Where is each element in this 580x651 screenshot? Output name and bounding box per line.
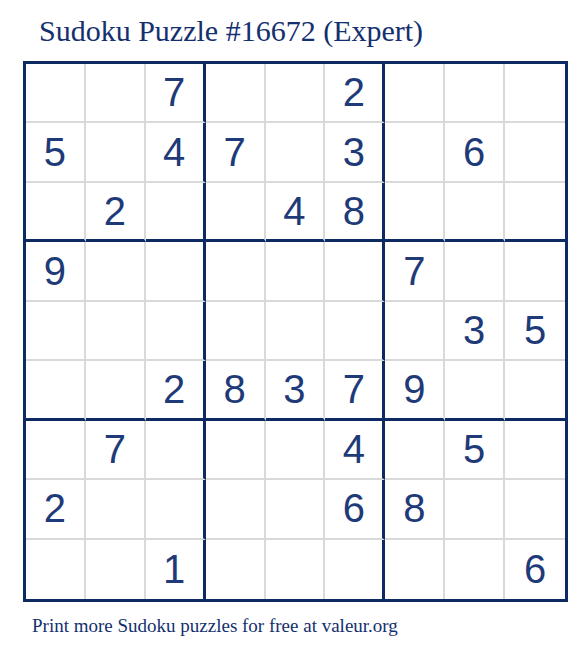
cell-r7c9[interactable]: [505, 421, 565, 480]
cell-r5c7[interactable]: [385, 302, 445, 361]
cell-r7c6[interactable]: 4: [325, 421, 385, 480]
cell-r9c7[interactable]: [385, 540, 445, 599]
cell-r2c2[interactable]: [86, 123, 146, 182]
cell-r5c1[interactable]: [26, 302, 86, 361]
cell-r9c6[interactable]: [325, 540, 385, 599]
cell-r5c5[interactable]: [266, 302, 326, 361]
cell-r8c2[interactable]: [86, 480, 146, 539]
cell-r2c3[interactable]: 4: [146, 123, 206, 182]
cell-r2c6[interactable]: 3: [325, 123, 385, 182]
page-title: Sudoku Puzzle #16672 (Expert): [39, 13, 423, 49]
cell-r5c2[interactable]: [86, 302, 146, 361]
cell-r5c9[interactable]: 5: [505, 302, 565, 361]
cell-r9c3[interactable]: 1: [146, 540, 206, 599]
sudoku-grid: 725473624897352837974526816: [23, 61, 568, 602]
cell-r9c4[interactable]: [206, 540, 266, 599]
cell-r9c5[interactable]: [266, 540, 326, 599]
cell-r8c5[interactable]: [266, 480, 326, 539]
cell-r2c1[interactable]: 5: [26, 123, 86, 182]
cell-r3c2[interactable]: 2: [86, 183, 146, 242]
cell-r7c8[interactable]: 5: [445, 421, 505, 480]
cell-r3c5[interactable]: 4: [266, 183, 326, 242]
cell-r4c5[interactable]: [266, 242, 326, 301]
cell-r4c2[interactable]: [86, 242, 146, 301]
cell-r7c4[interactable]: [206, 421, 266, 480]
cell-r2c5[interactable]: [266, 123, 326, 182]
cell-r8c9[interactable]: [505, 480, 565, 539]
cell-r3c6[interactable]: 8: [325, 183, 385, 242]
cell-r1c5[interactable]: [266, 64, 326, 123]
cell-r6c4[interactable]: 8: [206, 361, 266, 420]
cell-r6c9[interactable]: [505, 361, 565, 420]
cell-r4c8[interactable]: [445, 242, 505, 301]
cell-r2c9[interactable]: [505, 123, 565, 182]
cell-r6c3[interactable]: 2: [146, 361, 206, 420]
cell-r6c8[interactable]: [445, 361, 505, 420]
cell-r7c3[interactable]: [146, 421, 206, 480]
cell-r8c1[interactable]: 2: [26, 480, 86, 539]
cell-r8c3[interactable]: [146, 480, 206, 539]
cell-r4c9[interactable]: [505, 242, 565, 301]
cell-r2c4[interactable]: 7: [206, 123, 266, 182]
sudoku-page: Sudoku Puzzle #16672 (Expert) 7254736248…: [0, 0, 580, 651]
cell-r1c6[interactable]: 2: [325, 64, 385, 123]
cell-r9c8[interactable]: [445, 540, 505, 599]
cell-r1c7[interactable]: [385, 64, 445, 123]
cell-r1c9[interactable]: [505, 64, 565, 123]
cell-r5c6[interactable]: [325, 302, 385, 361]
cell-r6c7[interactable]: 9: [385, 361, 445, 420]
cell-r9c2[interactable]: [86, 540, 146, 599]
footer-text: Print more Sudoku puzzles for free at va…: [32, 614, 398, 638]
cell-r4c4[interactable]: [206, 242, 266, 301]
cell-r5c4[interactable]: [206, 302, 266, 361]
cell-r4c3[interactable]: [146, 242, 206, 301]
cell-r2c8[interactable]: 6: [445, 123, 505, 182]
cell-r1c4[interactable]: [206, 64, 266, 123]
cell-r1c8[interactable]: [445, 64, 505, 123]
cell-r3c9[interactable]: [505, 183, 565, 242]
cell-r9c1[interactable]: [26, 540, 86, 599]
cell-r2c7[interactable]: [385, 123, 445, 182]
cell-r7c1[interactable]: [26, 421, 86, 480]
cell-r4c6[interactable]: [325, 242, 385, 301]
cell-r3c8[interactable]: [445, 183, 505, 242]
cell-r4c7[interactable]: 7: [385, 242, 445, 301]
cell-r3c7[interactable]: [385, 183, 445, 242]
cell-r1c3[interactable]: 7: [146, 64, 206, 123]
cell-r7c2[interactable]: 7: [86, 421, 146, 480]
cell-r5c3[interactable]: [146, 302, 206, 361]
cell-r6c1[interactable]: [26, 361, 86, 420]
cell-r1c1[interactable]: [26, 64, 86, 123]
cell-r6c6[interactable]: 7: [325, 361, 385, 420]
cell-r8c7[interactable]: 8: [385, 480, 445, 539]
cell-r9c9[interactable]: 6: [505, 540, 565, 599]
cell-r7c7[interactable]: [385, 421, 445, 480]
cell-r7c5[interactable]: [266, 421, 326, 480]
cell-r3c3[interactable]: [146, 183, 206, 242]
cell-r6c5[interactable]: 3: [266, 361, 326, 420]
cell-r8c6[interactable]: 6: [325, 480, 385, 539]
cell-r3c1[interactable]: [26, 183, 86, 242]
cell-r6c2[interactable]: [86, 361, 146, 420]
cell-r3c4[interactable]: [206, 183, 266, 242]
cell-r4c1[interactable]: 9: [26, 242, 86, 301]
cell-r1c2[interactable]: [86, 64, 146, 123]
cell-r8c8[interactable]: [445, 480, 505, 539]
cell-r8c4[interactable]: [206, 480, 266, 539]
cell-r5c8[interactable]: 3: [445, 302, 505, 361]
